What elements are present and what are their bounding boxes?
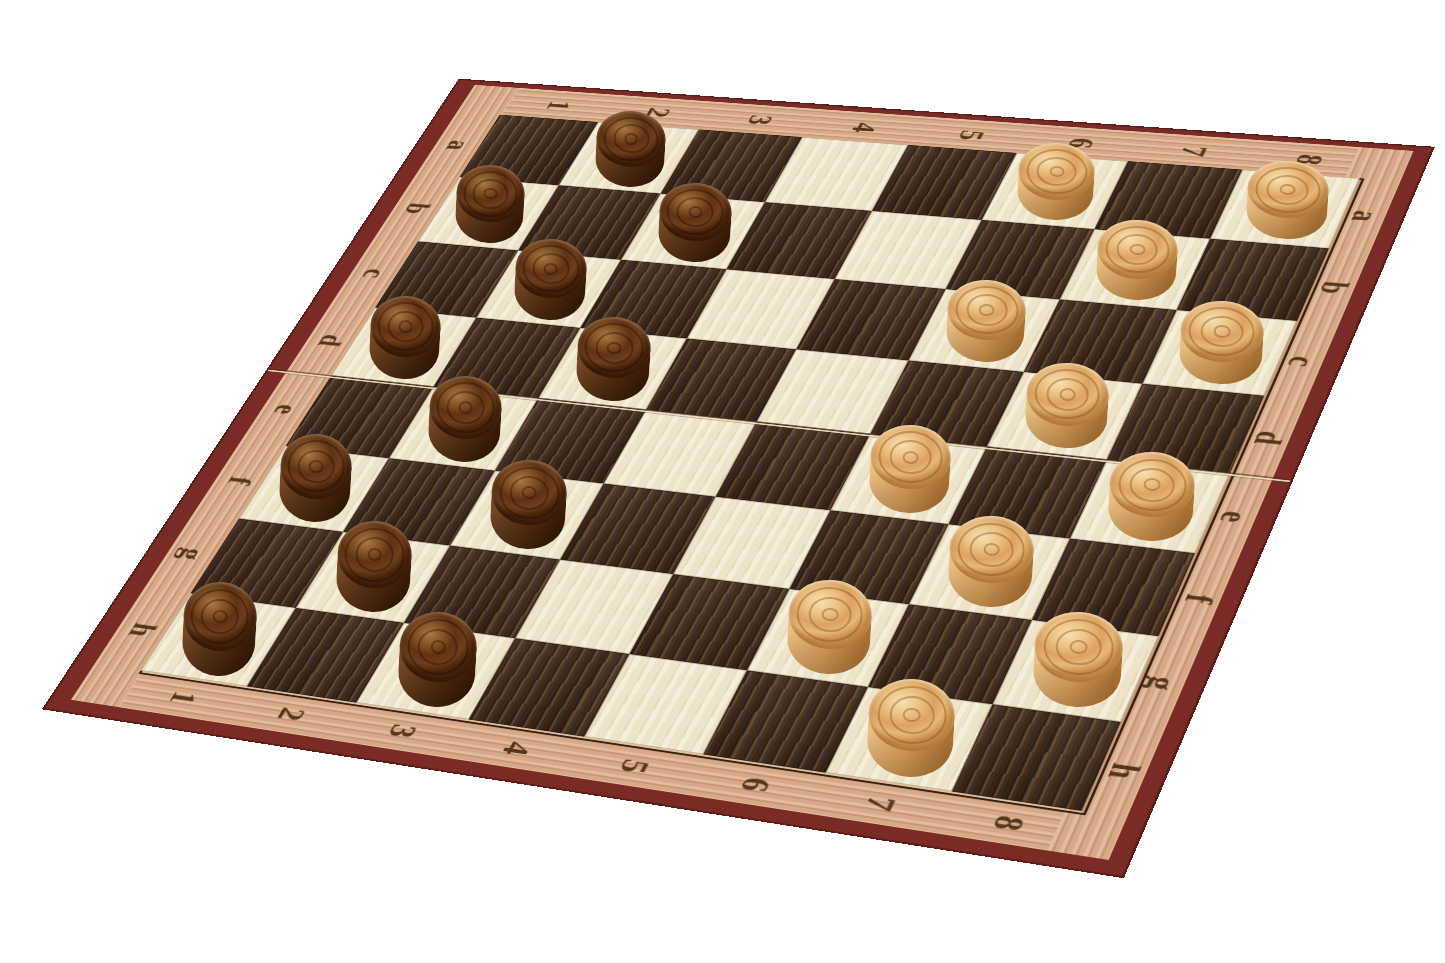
piece-ring-inner (1214, 325, 1231, 338)
piece-ring-middle (1054, 628, 1101, 667)
piece-dark-h1[interactable] (180, 580, 258, 678)
piece-light-g6[interactable] (786, 578, 874, 676)
piece-ring-outer (344, 526, 406, 583)
piece-light-a6[interactable] (1016, 141, 1097, 222)
piece-ring-inner (903, 707, 921, 722)
piece-ring-inner (458, 400, 473, 413)
piece-ring-inner (978, 303, 994, 316)
piece-ring-outer (1188, 306, 1257, 358)
piece-ring-middle (612, 123, 650, 154)
piece-ring-middle (531, 252, 569, 285)
piece-light-c6[interactable] (944, 278, 1027, 364)
piece-light-h7[interactable] (865, 676, 957, 778)
piece-ring-inner (903, 450, 920, 464)
piece-ring-middle (676, 196, 715, 228)
piece-ring-outer (1033, 368, 1101, 422)
piece-ring-middle (472, 178, 509, 210)
piece-ring-middle (969, 531, 1014, 568)
piece-ring-middle (417, 628, 459, 667)
piece-ring-middle (808, 595, 853, 633)
piece-ring-inner (521, 486, 537, 500)
pieces-layer (0, 0, 1445, 963)
piece-dark-h3[interactable] (396, 610, 478, 709)
piece-ring-outer (957, 521, 1027, 578)
piece-ring-middle (965, 293, 1007, 327)
piece-ring-middle (889, 439, 933, 475)
piece-light-e6[interactable] (868, 423, 953, 515)
piece-dark-b1[interactable] (453, 164, 525, 246)
piece-light-e8[interactable] (1107, 449, 1197, 542)
piece-ring-outer (462, 170, 519, 219)
piece-ring-outer (1117, 456, 1188, 512)
piece-light-a8[interactable] (1244, 159, 1329, 241)
piece-light-g8[interactable] (1031, 610, 1124, 710)
piece-ring-outer (1104, 224, 1170, 275)
piece-ring-inner (822, 607, 839, 622)
piece-ring-inner (1049, 166, 1065, 178)
piece-ring-middle (1200, 315, 1245, 349)
piece-ring-middle (1130, 466, 1176, 502)
piece-ring-middle (200, 597, 240, 635)
piece-ring-outer (376, 300, 434, 352)
piece-ring-inner (1144, 477, 1162, 491)
piece-ring-middle (888, 695, 935, 735)
piece-ring-outer (286, 439, 346, 494)
piece-ring-inner (1279, 183, 1296, 195)
piece-ring-middle (1036, 156, 1077, 188)
piece-ring-middle (355, 536, 395, 573)
piece-ring-inner (483, 188, 497, 200)
piece-ring-outer (498, 465, 561, 521)
piece-ring-middle (595, 331, 635, 365)
piece-ring-inner (1069, 640, 1087, 655)
piece-dark-g2[interactable] (335, 519, 414, 614)
piece-light-b7[interactable] (1095, 218, 1179, 302)
piece-dark-f1[interactable] (277, 432, 353, 524)
piece-ring-outer (877, 430, 944, 485)
piece-ring-middle (1045, 377, 1089, 412)
piece-ring-inner (430, 640, 446, 655)
piece-ring-middle (387, 309, 425, 343)
piece-ring-inner (398, 320, 413, 333)
piece-dark-a2[interactable] (594, 109, 667, 189)
piece-ring-outer (665, 187, 725, 236)
piece-ring-outer (876, 684, 948, 745)
piece-ring-outer (435, 380, 495, 434)
piece-ring-outer (796, 585, 865, 644)
piece-ring-outer (1042, 617, 1115, 677)
piece-ring-inner (367, 547, 383, 561)
piece-ring-inner (624, 133, 638, 145)
piece-dark-b3[interactable] (656, 181, 732, 263)
piece-ring-inner (1059, 388, 1076, 401)
piece-ring-inner (983, 542, 1001, 556)
piece-ring-middle (1116, 233, 1159, 266)
piece-dark-c2[interactable] (513, 237, 588, 321)
piece-light-c8[interactable] (1178, 299, 1265, 387)
piece-ring-inner (212, 609, 227, 624)
piece-ring-inner (308, 460, 323, 474)
piece-ring-outer (189, 587, 250, 645)
piece-light-f7[interactable] (947, 513, 1036, 609)
piece-ring-outer (1025, 147, 1089, 196)
piece-ring-middle (509, 475, 550, 511)
piece-dark-d1[interactable] (368, 294, 442, 381)
piece-ring-outer (406, 618, 471, 677)
piece-dark-d3[interactable] (575, 315, 653, 403)
piece-ring-outer (1254, 165, 1321, 214)
piece-ring-outer (954, 284, 1019, 336)
piece-ring-middle (446, 390, 485, 425)
piece-ring-outer (521, 244, 580, 295)
piece-ring-inner (1129, 243, 1146, 256)
piece-dark-e2[interactable] (426, 374, 503, 464)
piece-ring-inner (687, 205, 702, 217)
piece-light-d7[interactable] (1023, 361, 1109, 451)
piece-ring-inner (543, 263, 558, 276)
piece-dark-f3[interactable] (488, 458, 568, 551)
piece-ring-inner (607, 341, 622, 354)
scene: 1234567812345678abcdefghabcdefgh (0, 0, 1445, 963)
piece-ring-middle (1266, 173, 1310, 205)
piece-ring-outer (584, 322, 645, 374)
piece-ring-middle (296, 449, 335, 485)
piece-ring-outer (602, 115, 660, 163)
